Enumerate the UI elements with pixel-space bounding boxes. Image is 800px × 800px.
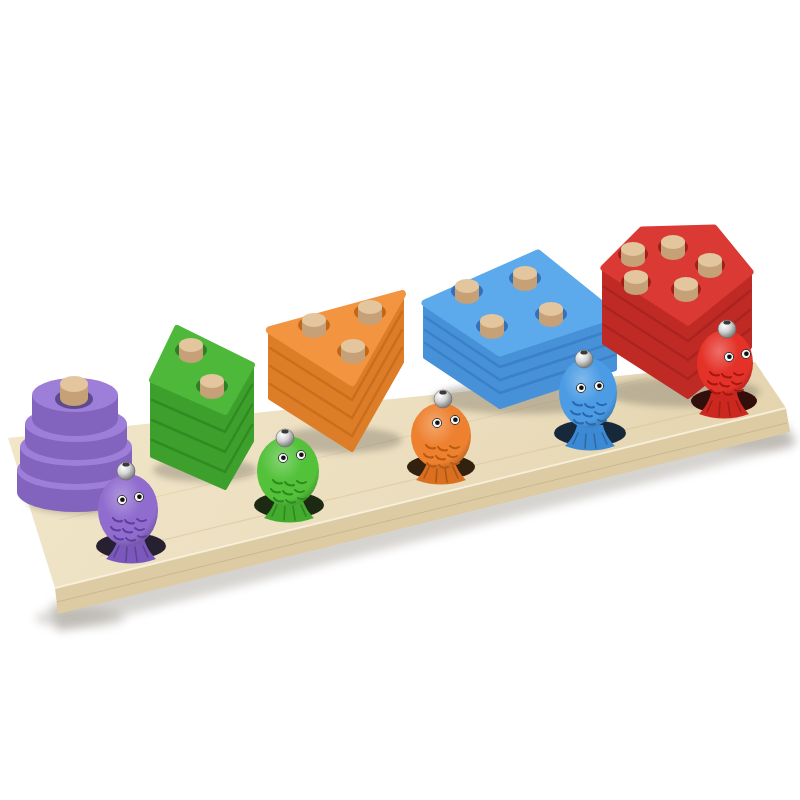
purple-fish-shading bbox=[98, 474, 158, 546]
orange-fish-eye bbox=[432, 418, 441, 427]
blue-fish-shading bbox=[559, 358, 617, 428]
green-fish-eye bbox=[278, 453, 287, 462]
orange-fish-magnet-bead bbox=[434, 390, 452, 408]
orange-fish-eye bbox=[450, 415, 459, 424]
red-peg bbox=[698, 253, 722, 278]
purple-peg-top bbox=[60, 376, 88, 392]
purple-fish-eye bbox=[117, 495, 126, 504]
green-fish-magnet-bead bbox=[276, 429, 294, 447]
orange-peg bbox=[302, 313, 326, 338]
blue-fish-eye bbox=[594, 381, 603, 390]
orange-peg bbox=[358, 300, 382, 325]
red-peg bbox=[661, 235, 685, 260]
orange-peg bbox=[341, 339, 365, 364]
red-fish-magnet-bead bbox=[718, 320, 736, 338]
blue-peg bbox=[513, 266, 537, 291]
board-corner-shadow-left bbox=[35, 608, 125, 628]
green-fish-eye bbox=[296, 450, 305, 459]
red-peg bbox=[674, 277, 698, 302]
blue-fish-eye bbox=[576, 383, 585, 392]
red-peg bbox=[624, 270, 648, 295]
blue-peg bbox=[539, 302, 563, 327]
purple-fish-magnet-bead bbox=[117, 462, 135, 480]
blue-peg bbox=[455, 279, 479, 304]
red-fish-eye bbox=[741, 349, 750, 358]
green-rectangle-stack bbox=[152, 328, 252, 488]
red-peg bbox=[621, 242, 645, 267]
toy-product-photo bbox=[0, 0, 800, 800]
blue-fish-magnet-bead bbox=[575, 350, 593, 368]
blue-peg bbox=[480, 314, 504, 339]
green-peg bbox=[200, 374, 224, 399]
red-fish-eye bbox=[724, 352, 733, 361]
purple-fish-eye bbox=[134, 492, 143, 501]
green-peg bbox=[179, 338, 203, 363]
